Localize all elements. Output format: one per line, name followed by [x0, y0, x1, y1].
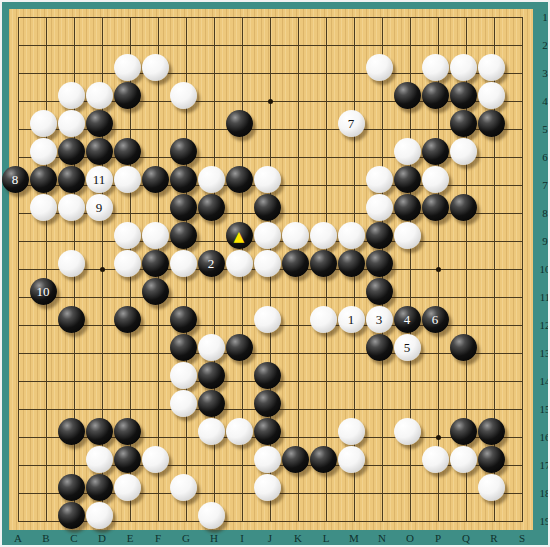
black-stone-J8[interactable]	[254, 194, 281, 221]
white-stone-P17[interactable]	[422, 446, 449, 473]
white-stone-G14[interactable]	[170, 362, 197, 389]
black-stone-G7[interactable]	[170, 166, 197, 193]
column-label-R: R	[480, 532, 508, 544]
black-stone-F10[interactable]	[142, 250, 169, 277]
column-label-A: A	[4, 532, 32, 544]
white-stone-F9[interactable]	[142, 222, 169, 249]
black-stone-D18[interactable]	[86, 474, 113, 501]
row-label-15: 15	[535, 403, 550, 415]
white-stone-J17[interactable]	[254, 446, 281, 473]
white-stone-F3[interactable]	[142, 54, 169, 81]
column-label-O: O	[396, 532, 424, 544]
black-stone-P4[interactable]	[422, 82, 449, 109]
black-stone-Q13[interactable]	[450, 334, 477, 361]
column-label-I: I	[228, 532, 256, 544]
row-label-10: 10	[535, 263, 550, 275]
white-stone-M17[interactable]	[338, 446, 365, 473]
white-stone-C4[interactable]	[58, 82, 85, 109]
column-label-P: P	[424, 532, 452, 544]
black-stone-H15[interactable]	[198, 390, 225, 417]
row-label-5: 5	[535, 123, 550, 135]
white-stone-E9[interactable]	[114, 222, 141, 249]
white-stone-G15[interactable]	[170, 390, 197, 417]
white-stone-N8[interactable]	[366, 194, 393, 221]
black-stone-C18[interactable]	[58, 474, 85, 501]
black-stone-H10[interactable]	[198, 250, 225, 277]
row-label-9: 9	[535, 235, 550, 247]
row-label-16: 16	[535, 431, 550, 443]
star-point	[436, 267, 441, 272]
white-stone-C10[interactable]	[58, 250, 85, 277]
white-stone-Q3[interactable]	[450, 54, 477, 81]
black-stone-G12[interactable]	[170, 306, 197, 333]
white-stone-M16[interactable]	[338, 418, 365, 445]
column-label-J: J	[256, 532, 284, 544]
go-diagram-window: 1234567891011▲ABCDEFGHIJKLMNOPQRS1234567…	[0, 0, 550, 547]
column-label-M: M	[340, 532, 368, 544]
column-label-G: G	[172, 532, 200, 544]
white-stone-G4[interactable]	[170, 82, 197, 109]
black-stone-R17[interactable]	[478, 446, 505, 473]
black-stone-D6[interactable]	[86, 138, 113, 165]
black-stone-L17[interactable]	[310, 446, 337, 473]
black-stone-E16[interactable]	[114, 418, 141, 445]
column-label-D: D	[88, 532, 116, 544]
white-stone-O9[interactable]	[394, 222, 421, 249]
row-label-7: 7	[535, 179, 550, 191]
column-label-C: C	[60, 532, 88, 544]
black-stone-O12[interactable]	[394, 306, 421, 333]
black-stone-H8[interactable]	[198, 194, 225, 221]
column-label-Q: Q	[452, 532, 480, 544]
black-stone-J15[interactable]	[254, 390, 281, 417]
white-stone-I16[interactable]	[226, 418, 253, 445]
row-label-11: 11	[535, 291, 550, 303]
row-label-2: 2	[535, 39, 550, 51]
black-stone-C6[interactable]	[58, 138, 85, 165]
row-label-6: 6	[535, 151, 550, 163]
white-stone-I10[interactable]	[226, 250, 253, 277]
white-stone-E3[interactable]	[114, 54, 141, 81]
column-label-B: B	[32, 532, 60, 544]
column-label-S: S	[508, 532, 536, 544]
row-label-8: 8	[535, 207, 550, 219]
black-stone-G8[interactable]	[170, 194, 197, 221]
row-label-3: 3	[535, 67, 550, 79]
black-stone-P6[interactable]	[422, 138, 449, 165]
black-stone-Q8[interactable]	[450, 194, 477, 221]
black-stone-F7[interactable]	[142, 166, 169, 193]
black-stone-R5[interactable]	[478, 110, 505, 137]
black-stone-H14[interactable]	[198, 362, 225, 389]
white-stone-L9[interactable]	[310, 222, 337, 249]
column-label-E: E	[116, 532, 144, 544]
white-stone-D8[interactable]	[86, 194, 113, 221]
white-stone-M9[interactable]	[338, 222, 365, 249]
star-point	[436, 435, 441, 440]
white-stone-H7[interactable]	[198, 166, 225, 193]
row-label-4: 4	[535, 95, 550, 107]
white-stone-L12[interactable]	[310, 306, 337, 333]
black-stone-K17[interactable]	[282, 446, 309, 473]
black-stone-N13[interactable]	[366, 334, 393, 361]
black-stone-E6[interactable]	[114, 138, 141, 165]
black-stone-D5[interactable]	[86, 110, 113, 137]
white-stone-R18[interactable]	[478, 474, 505, 501]
column-label-K: K	[284, 532, 312, 544]
black-stone-P8[interactable]	[422, 194, 449, 221]
black-stone-G9[interactable]	[170, 222, 197, 249]
black-stone-J16[interactable]	[254, 418, 281, 445]
black-stone-N10[interactable]	[366, 250, 393, 277]
white-stone-B6[interactable]	[30, 138, 57, 165]
grid-line-h	[18, 353, 523, 354]
black-stone-M10[interactable]	[338, 250, 365, 277]
black-stone-O8[interactable]	[394, 194, 421, 221]
white-stone-Q6[interactable]	[450, 138, 477, 165]
white-stone-N12[interactable]	[366, 306, 393, 333]
black-stone-O7[interactable]	[394, 166, 421, 193]
row-label-1: 1	[535, 11, 550, 23]
white-stone-C8[interactable]	[58, 194, 85, 221]
black-stone-J14[interactable]	[254, 362, 281, 389]
white-stone-M12[interactable]	[338, 306, 365, 333]
white-stone-G18[interactable]	[170, 474, 197, 501]
row-label-14: 14	[535, 375, 550, 387]
black-stone-F11[interactable]	[142, 278, 169, 305]
white-stone-R3[interactable]	[478, 54, 505, 81]
black-stone-C12[interactable]	[58, 306, 85, 333]
white-stone-O6[interactable]	[394, 138, 421, 165]
white-stone-J10[interactable]	[254, 250, 281, 277]
white-stone-R4[interactable]	[478, 82, 505, 109]
black-stone-B7[interactable]	[30, 166, 57, 193]
black-stone-C7[interactable]	[58, 166, 85, 193]
black-stone-E12[interactable]	[114, 306, 141, 333]
white-stone-J12[interactable]	[254, 306, 281, 333]
white-stone-N7[interactable]	[366, 166, 393, 193]
white-stone-N3[interactable]	[366, 54, 393, 81]
white-stone-D19[interactable]	[86, 502, 113, 529]
white-stone-P7[interactable]	[422, 166, 449, 193]
white-stone-C5[interactable]	[58, 110, 85, 137]
black-stone-I9[interactable]	[226, 222, 253, 249]
white-stone-D7[interactable]	[86, 166, 113, 193]
black-stone-K10[interactable]	[282, 250, 309, 277]
white-stone-G10[interactable]	[170, 250, 197, 277]
white-stone-H13[interactable]	[198, 334, 225, 361]
black-stone-I13[interactable]	[226, 334, 253, 361]
white-stone-M5[interactable]	[338, 110, 365, 137]
white-stone-E7[interactable]	[114, 166, 141, 193]
black-stone-E4[interactable]	[114, 82, 141, 109]
black-stone-D16[interactable]	[86, 418, 113, 445]
column-label-F: F	[144, 532, 172, 544]
star-point	[100, 267, 105, 272]
black-stone-E17[interactable]	[114, 446, 141, 473]
row-label-19: 19	[535, 515, 550, 527]
white-stone-H16[interactable]	[198, 418, 225, 445]
black-stone-N9[interactable]	[366, 222, 393, 249]
black-stone-C16[interactable]	[58, 418, 85, 445]
white-stone-P3[interactable]	[422, 54, 449, 81]
black-stone-I7[interactable]	[226, 166, 253, 193]
black-stone-C19[interactable]	[58, 502, 85, 529]
star-point	[268, 99, 273, 104]
column-label-L: L	[312, 532, 340, 544]
column-label-N: N	[368, 532, 396, 544]
black-stone-O4[interactable]	[394, 82, 421, 109]
row-label-12: 12	[535, 319, 550, 331]
white-stone-J7[interactable]	[254, 166, 281, 193]
row-label-18: 18	[535, 487, 550, 499]
white-stone-B8[interactable]	[30, 194, 57, 221]
white-stone-O13[interactable]	[394, 334, 421, 361]
row-label-13: 13	[535, 347, 550, 359]
white-stone-J9[interactable]	[254, 222, 281, 249]
column-label-H: H	[200, 532, 228, 544]
grid-line-v	[522, 17, 523, 522]
black-stone-A7[interactable]	[2, 166, 29, 193]
white-stone-Q17[interactable]	[450, 446, 477, 473]
black-stone-Q5[interactable]	[450, 110, 477, 137]
black-stone-G6[interactable]	[170, 138, 197, 165]
white-stone-E18[interactable]	[114, 474, 141, 501]
white-stone-F17[interactable]	[142, 446, 169, 473]
black-stone-N11[interactable]	[366, 278, 393, 305]
black-stone-P12[interactable]	[422, 306, 449, 333]
white-stone-O16[interactable]	[394, 418, 421, 445]
black-stone-Q16[interactable]	[450, 418, 477, 445]
white-stone-D17[interactable]	[86, 446, 113, 473]
white-stone-D4[interactable]	[86, 82, 113, 109]
black-stone-Q4[interactable]	[450, 82, 477, 109]
white-stone-B5[interactable]	[30, 110, 57, 137]
white-stone-J18[interactable]	[254, 474, 281, 501]
black-stone-R16[interactable]	[478, 418, 505, 445]
white-stone-H19[interactable]	[198, 502, 225, 529]
white-stone-E10[interactable]	[114, 250, 141, 277]
black-stone-G13[interactable]	[170, 334, 197, 361]
black-stone-I5[interactable]	[226, 110, 253, 137]
grid-line-h	[18, 297, 523, 298]
black-stone-L10[interactable]	[310, 250, 337, 277]
row-label-17: 17	[535, 459, 550, 471]
white-stone-K9[interactable]	[282, 222, 309, 249]
black-stone-B11[interactable]	[30, 278, 57, 305]
